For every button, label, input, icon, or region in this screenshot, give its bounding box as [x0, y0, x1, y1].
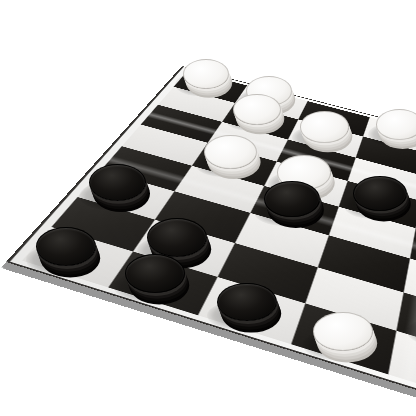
checker-white[interactable] — [376, 109, 416, 140]
checker-black[interactable] — [36, 227, 96, 266]
checkers-product-photo — [0, 0, 416, 416]
checker-white[interactable] — [300, 111, 349, 143]
checker-shadow — [407, 317, 416, 346]
checker-white[interactable] — [204, 135, 257, 169]
checker-black[interactable] — [217, 283, 277, 322]
checker-white[interactable] — [233, 94, 281, 125]
checker-black[interactable] — [125, 254, 185, 293]
checker-white[interactable] — [313, 312, 373, 351]
checker-black[interactable] — [147, 218, 207, 257]
pieces-layer — [0, 0, 416, 416]
